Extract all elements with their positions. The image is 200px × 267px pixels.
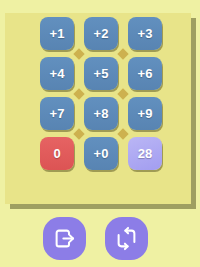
pad-button-plus-6[interactable]: +6 — [128, 57, 162, 90]
pad-button-plus-3[interactable]: +3 — [128, 17, 162, 50]
pad-button-plus-8[interactable]: +8 — [84, 97, 118, 130]
exit-arrow-icon — [51, 225, 78, 252]
pad-button-plus-9[interactable]: +9 — [128, 97, 162, 130]
repeat-loop-icon — [113, 225, 140, 252]
pad-button-plus-7[interactable]: +7 — [40, 97, 74, 130]
pad-button-plus-5[interactable]: +5 — [84, 57, 118, 90]
pad-button-plus-1[interactable]: +1 — [40, 17, 74, 50]
pad-button-plus-4[interactable]: +4 — [40, 57, 74, 90]
bottom-toolbar — [0, 217, 195, 261]
exit-button[interactable] — [43, 217, 86, 260]
board-panel: +1 +2 +3 +4 +5 +6 +7 +8 +9 0 +0 28 — [5, 13, 191, 204]
pad-button-plus-2[interactable]: +2 — [84, 17, 118, 50]
total-display-tile[interactable]: 28 — [128, 137, 162, 170]
pad-button-plus-0[interactable]: +0 — [84, 137, 118, 170]
pad-button-reset-zero[interactable]: 0 — [40, 137, 74, 170]
number-grid: +1 +2 +3 +4 +5 +6 +7 +8 +9 0 +0 28 — [40, 17, 162, 170]
restart-button[interactable] — [105, 217, 148, 260]
